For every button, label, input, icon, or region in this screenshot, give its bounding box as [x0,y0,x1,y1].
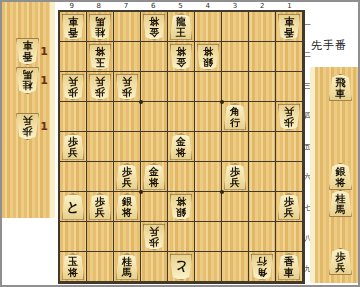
square-6七[interactable] [141,192,168,222]
square-3七[interactable] [222,192,249,222]
column-label: 2 [249,2,276,10]
piece-glyph: 行 [257,256,267,267]
piece-glyph: 歩 [68,87,78,98]
square-3五[interactable] [222,132,249,162]
square-3八[interactable] [222,222,249,252]
piece-glyph: 兵 [284,207,294,218]
square-7四[interactable] [114,102,141,132]
piece-gold-sente[interactable]: 金将 [143,163,166,190]
piece-lance-gote[interactable]: 香車 [16,38,39,65]
piece-glyph: 銀 [176,207,186,218]
square-4七[interactable] [195,192,222,222]
square-9三[interactable]: 歩兵 [60,72,87,102]
square-9七[interactable]: と [60,192,87,222]
square-1三[interactable] [276,72,303,102]
piece-glyph: 歩 [230,166,240,177]
sente-hand-pawn: 歩兵5 [318,248,360,276]
piece-knight-sente[interactable]: 桂馬 [116,253,139,280]
piece-pawn-sente[interactable]: 歩兵 [89,193,112,220]
column-label: 4 [194,2,221,10]
square-2三[interactable] [249,72,276,102]
piece-gold-gote[interactable]: 金将 [143,13,166,40]
piece-glyph: 将 [176,147,186,158]
piece-glyph: 将 [149,16,159,27]
square-8五[interactable] [87,132,114,162]
square-7八[interactable] [114,222,141,252]
piece-glyph: 馬 [23,70,33,81]
square-1二[interactable] [276,42,303,72]
square-2七[interactable] [249,192,276,222]
piece-glyph: 歩 [336,251,346,262]
piece-glyph: 金 [149,166,159,177]
square-7六[interactable]: 歩兵 [114,162,141,192]
gote-hand-knight: 桂馬1 [5,67,49,95]
square-5四[interactable] [168,102,195,132]
piece-glyph: 将 [176,46,186,57]
square-6二[interactable] [141,42,168,72]
square-2八[interactable] [249,222,276,252]
square-6六[interactable]: 金将 [141,162,168,192]
piece-glyph: 歩 [284,196,294,207]
piece-bishop-sente[interactable]: 角行 [224,103,247,130]
piece-glyph: 龍 [176,16,186,27]
piece-silver-sente[interactable]: 銀将 [329,163,352,190]
square-7一[interactable] [114,12,141,42]
piece-glyph: 兵 [230,177,240,188]
square-3三[interactable] [222,72,249,102]
sente-hand-knight: 桂馬1 [318,190,360,218]
piece-glyph: 兵 [122,177,132,188]
piece-gold-sente[interactable]: 金将 [170,133,193,160]
square-6三[interactable] [141,72,168,102]
piece-knight-gote[interactable]: 桂馬 [16,67,39,94]
piece-rook-sente[interactable]: 飛車 [329,74,352,101]
square-5一[interactable]: 龍王 [168,12,195,42]
shogi-app: 香車1桂馬1歩兵1 987654321 香車桂馬金将龍王香車玉将金将銀将歩兵歩兵… [0,0,360,287]
piece-glyph: 兵 [149,226,159,237]
piece-gold-gote[interactable]: 金将 [170,43,193,70]
square-4一[interactable] [195,12,222,42]
square-5二[interactable]: 金将 [168,42,195,72]
square-9六[interactable] [60,162,87,192]
square-6一[interactable]: 金将 [141,12,168,42]
square-5七[interactable]: 銀将 [168,192,195,222]
piece-pawn-gote[interactable]: 歩兵 [116,73,139,100]
piece-glyph: と [174,260,187,274]
piece-glyph: 歩 [95,87,105,98]
piece-dragon-sente[interactable]: 龍王 [170,13,193,40]
row-label: 一 [303,10,312,40]
square-8四[interactable] [87,102,114,132]
piece-glyph: 将 [95,46,105,57]
piece-glyph: 行 [230,117,240,128]
hand-count: 1 [40,74,48,88]
piece-bishop-gote[interactable]: 角行 [251,253,274,280]
piece-glyph: 将 [336,177,346,188]
piece-glyph: 香 [284,27,294,38]
piece-glyph: 歩 [68,136,78,147]
piece-pawn-sente[interactable]: 歩兵 [329,248,352,275]
square-5九[interactable]: と [168,252,195,282]
column-label: 1 [276,2,303,10]
hand-count: 1 [40,45,48,59]
piece-glyph: と [66,200,79,214]
square-3二[interactable] [222,42,249,72]
piece-glyph: 銀 [122,196,132,207]
piece-glyph: 金 [176,136,186,147]
piece-glyph: 将 [122,207,132,218]
piece-glyph: 角 [230,106,240,117]
square-6五[interactable] [141,132,168,162]
piece-lance-sente[interactable]: 香車 [278,253,301,280]
square-1八[interactable] [276,222,303,252]
piece-pawn-sente[interactable]: 歩兵 [224,163,247,190]
sente-hand-rook: 飛車1 [318,74,360,102]
square-1一[interactable]: 香車 [276,12,303,42]
square-4五[interactable] [195,132,222,162]
piece-glyph: 金 [176,57,186,68]
piece-glyph: 玉 [95,57,105,68]
piece-glyph: 兵 [336,262,346,273]
square-2一[interactable] [249,12,276,42]
square-4六[interactable] [195,162,222,192]
sente-hand-tray: 飛車1銀将1桂馬1歩兵5 [310,67,360,283]
column-labels: 987654321 [58,2,303,10]
square-9四[interactable] [60,102,87,132]
piece-glyph: 将 [149,177,159,188]
piece-glyph: 兵 [68,147,78,158]
square-2九[interactable]: 角行 [249,252,276,282]
square-9五[interactable]: 歩兵 [60,132,87,162]
square-3九[interactable] [222,252,249,282]
square-8八[interactable] [87,222,114,252]
piece-glyph: 王 [176,27,186,38]
piece-glyph: 歩 [95,196,105,207]
square-9二[interactable] [60,42,87,72]
gote-hand-tray: 香車1桂馬1歩兵1 [2,2,55,218]
square-1四[interactable]: 歩兵 [276,102,303,132]
square-5三[interactable] [168,72,195,102]
hand-count: 1 [40,120,48,134]
piece-glyph: 玉 [68,256,78,267]
column-label: 8 [85,2,112,10]
piece-glyph: 歩 [23,127,33,138]
piece-glyph: 車 [284,267,294,278]
piece-pawn-gote[interactable]: 歩兵 [16,113,39,140]
square-7三[interactable]: 歩兵 [114,72,141,102]
square-7五[interactable] [114,132,141,162]
piece-glyph: 桂 [336,193,346,204]
piece-glyph: 金 [149,27,159,38]
piece-glyph: 兵 [122,76,132,87]
piece-king-gote[interactable]: 玉将 [89,43,112,70]
square-5六[interactable] [168,162,195,192]
square-3一[interactable] [222,12,249,42]
hoshi-point [220,100,224,104]
square-1六[interactable] [276,162,303,192]
square-6八[interactable]: 歩兵 [141,222,168,252]
piece-glyph: 兵 [68,76,78,87]
column-label: 3 [221,2,248,10]
piece-pawn-gote[interactable]: 歩兵 [62,73,85,100]
sente-hand-silver: 銀将1 [318,163,360,191]
piece-silver-gote[interactable]: 銀将 [197,43,220,70]
piece-glyph: 車 [336,88,346,99]
piece-glyph: 車 [68,16,78,27]
column-label: 6 [140,2,167,10]
square-1七[interactable]: 歩兵 [276,192,303,222]
piece-glyph: 馬 [336,204,346,215]
square-6四[interactable] [141,102,168,132]
hoshi-point [139,190,143,194]
piece-glyph: 馬 [122,267,132,278]
hoshi-point [220,190,224,194]
piece-glyph: 将 [203,46,213,57]
piece-knight-sente[interactable]: 桂馬 [329,190,352,217]
square-4二[interactable]: 銀将 [195,42,222,72]
piece-lance-gote[interactable]: 香車 [278,13,301,40]
square-3四[interactable]: 角行 [222,102,249,132]
piece-tokin-sente[interactable]: と [62,193,85,220]
square-1五[interactable] [276,132,303,162]
piece-tokin-gote[interactable]: と [170,253,193,280]
piece-knight-gote[interactable]: 桂馬 [89,13,112,40]
piece-pawn-gote[interactable]: 歩兵 [89,73,112,100]
piece-glyph: 歩 [122,87,132,98]
square-9八[interactable] [60,222,87,252]
piece-pawn-gote[interactable]: 歩兵 [278,103,301,130]
piece-glyph: 飛 [336,77,346,88]
gote-hand-lance: 香車1 [5,38,49,66]
piece-glyph: 兵 [95,207,105,218]
piece-pawn-sente[interactable]: 歩兵 [62,133,85,160]
square-4九[interactable] [195,252,222,282]
piece-king-sente[interactable]: 玉将 [62,253,85,280]
square-4四[interactable] [195,102,222,132]
square-1九[interactable]: 香車 [276,252,303,282]
piece-glyph: 兵 [95,76,105,87]
hoshi-point [139,100,143,104]
piece-silver-sente[interactable]: 銀将 [116,193,139,220]
piece-glyph: 兵 [284,106,294,117]
piece-glyph: 桂 [95,27,105,38]
piece-glyph: 桂 [122,256,132,267]
piece-glyph: 馬 [95,16,105,27]
gote-hand-pawn: 歩兵1 [5,113,49,141]
square-8七[interactable]: 歩兵 [87,192,114,222]
board: 香車桂馬金将龍王香車玉将金将銀将歩兵歩兵歩兵角行歩兵歩兵金将歩兵金将歩兵と歩兵銀… [58,10,305,284]
piece-glyph: 車 [284,16,294,27]
piece-glyph: 兵 [23,116,33,127]
square-5五[interactable]: 金将 [168,132,195,162]
square-8六[interactable] [87,162,114,192]
square-7七[interactable]: 銀将 [114,192,141,222]
piece-glyph: 将 [68,267,78,278]
piece-glyph: 歩 [284,117,294,128]
square-7九[interactable]: 桂馬 [114,252,141,282]
column-label: 5 [167,2,194,10]
piece-glyph: 桂 [23,81,33,92]
piece-pawn-sente[interactable]: 歩兵 [116,163,139,190]
square-7二[interactable] [114,42,141,72]
piece-glyph: 車 [23,41,33,52]
piece-glyph: 香 [68,27,78,38]
square-9一[interactable]: 香車 [60,12,87,42]
square-8九[interactable] [87,252,114,282]
square-6九[interactable] [141,252,168,282]
square-2二[interactable] [249,42,276,72]
piece-glyph: 銀 [203,57,213,68]
square-8三[interactable]: 歩兵 [87,72,114,102]
square-2五[interactable] [249,132,276,162]
piece-glyph: 歩 [122,166,132,177]
square-5八[interactable] [168,222,195,252]
square-8一[interactable]: 桂馬 [87,12,114,42]
square-2四[interactable] [249,102,276,132]
square-2六[interactable] [249,162,276,192]
piece-pawn-sente[interactable]: 歩兵 [278,193,301,220]
piece-pawn-gote[interactable]: 歩兵 [143,223,166,250]
piece-glyph: 将 [176,196,186,207]
piece-lance-gote[interactable]: 香車 [62,13,85,40]
piece-glyph: 歩 [149,237,159,248]
square-9九[interactable]: 玉将 [60,252,87,282]
piece-glyph: 角 [257,267,267,278]
column-label: 7 [112,2,139,10]
turn-indicator: 先手番 [311,38,357,53]
piece-silver-gote[interactable]: 銀将 [170,193,193,220]
piece-glyph: 香 [23,52,33,63]
square-4三[interactable] [195,72,222,102]
piece-glyph: 銀 [336,166,346,177]
square-8二[interactable]: 玉将 [87,42,114,72]
square-4八[interactable] [195,222,222,252]
column-label: 9 [58,2,85,10]
square-3六[interactable]: 歩兵 [222,162,249,192]
piece-glyph: 香 [284,256,294,267]
